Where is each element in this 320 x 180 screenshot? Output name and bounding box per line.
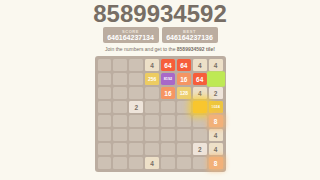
board-cell: 4 [193, 87, 207, 99]
board-cell [177, 157, 191, 169]
board-cell [129, 143, 143, 155]
board-cell [145, 101, 159, 113]
board-cell [129, 129, 143, 141]
board-cell [113, 157, 127, 169]
board-cell [177, 115, 191, 127]
board-cell: 16 [177, 73, 191, 85]
board-cell [145, 143, 159, 155]
board-cell: 64 [177, 59, 191, 71]
board-cell: 8192 [161, 73, 175, 85]
tile-16: 16 [177, 73, 191, 85]
board-cell: 128 [177, 87, 191, 99]
tile-4: 4 [209, 143, 223, 155]
board-cell [98, 129, 112, 141]
tile-2: 2 [209, 87, 223, 99]
board-cell [161, 115, 175, 127]
board-cell [129, 73, 143, 85]
tile-4: 4 [209, 59, 223, 71]
score-box: SCORE 646164237134 [103, 27, 159, 43]
board-cell [98, 73, 112, 85]
tile-1024: 1024 [209, 101, 223, 113]
board-cell: 2 [209, 87, 223, 99]
board-cell: 256 [145, 73, 159, 85]
tile-128: 128 [177, 87, 191, 99]
board-cell: 4 [209, 143, 223, 155]
tile-blank [193, 101, 207, 113]
board-cell [98, 59, 112, 71]
board-cell [177, 129, 191, 141]
scoreboard: SCORE 646164237134 BEST 646164237136 [103, 27, 218, 43]
tile-2: 2 [193, 143, 207, 155]
game-app: 8589934592 SCORE 646164237134 BEST 64616… [0, 0, 320, 172]
tile-4: 4 [145, 157, 159, 169]
board-cell [98, 143, 112, 155]
board-cell [113, 87, 127, 99]
tile-8192: 8192 [161, 73, 175, 85]
board-cell: 4 [209, 59, 223, 71]
board-cell: 4 [209, 129, 223, 141]
board-cell [193, 101, 207, 113]
board-cell [98, 101, 112, 113]
tile-64: 64 [161, 59, 175, 71]
board-cell [145, 115, 159, 127]
board-cell [161, 129, 175, 141]
tile-2: 2 [129, 101, 143, 113]
board-cell [113, 115, 127, 127]
tile-4: 4 [193, 59, 207, 71]
tile-8: 8 [209, 115, 223, 127]
board-cell [129, 59, 143, 71]
board-cell [113, 129, 127, 141]
tile-64: 64 [193, 73, 207, 85]
board-cell [161, 157, 175, 169]
board-cell [193, 157, 207, 169]
board-cell: 16 [161, 87, 175, 99]
board-cell: 2 [129, 101, 143, 113]
instructions-text: Join the numbers and get to the [105, 46, 177, 52]
tile-4: 4 [193, 87, 207, 99]
board-cell [209, 73, 223, 85]
board-cell [129, 157, 143, 169]
board-cell: 64 [161, 59, 175, 71]
tile-blank [207, 71, 225, 87]
board-cell [177, 143, 191, 155]
board-cell: 4 [145, 157, 159, 169]
board-cell [113, 101, 127, 113]
board-cell: 8 [209, 115, 223, 127]
board[interactable]: 464644425681921664161284221024842448 [95, 56, 226, 172]
board-cell [177, 101, 191, 113]
board-cell: 64 [193, 73, 207, 85]
board-cell [161, 143, 175, 155]
board-cell [129, 115, 143, 127]
board-cell: 8 [209, 157, 223, 169]
tile-16: 16 [161, 87, 175, 99]
score-value: 646164237134 [107, 34, 154, 42]
tile-64: 64 [177, 59, 191, 71]
best-value: 646164237136 [166, 34, 213, 42]
tile-8: 8 [209, 157, 223, 169]
board-cell [145, 129, 159, 141]
board-cell [145, 87, 159, 99]
board-cell [113, 73, 127, 85]
board-cell [193, 129, 207, 141]
board-cell [129, 87, 143, 99]
board-cell: 1024 [209, 101, 223, 113]
board-cell [113, 143, 127, 155]
board-cell [161, 101, 175, 113]
goal-tile-text: 8589934592 tile! [177, 46, 215, 52]
board-cell [98, 87, 112, 99]
tile-4: 4 [209, 129, 223, 141]
board-cell: 2 [193, 143, 207, 155]
board-cell: 4 [145, 59, 159, 71]
board-cell [193, 115, 207, 127]
board-cell [98, 157, 112, 169]
best-box: BEST 646164237136 [162, 27, 218, 43]
game-instructions: Join the numbers and get to the 85899345… [105, 46, 215, 52]
board-cell [113, 59, 127, 71]
page-title: 8589934592 [93, 2, 226, 26]
board-cell: 4 [193, 59, 207, 71]
tile-256: 256 [145, 73, 159, 85]
tile-4: 4 [145, 59, 159, 71]
board-cell [98, 115, 112, 127]
